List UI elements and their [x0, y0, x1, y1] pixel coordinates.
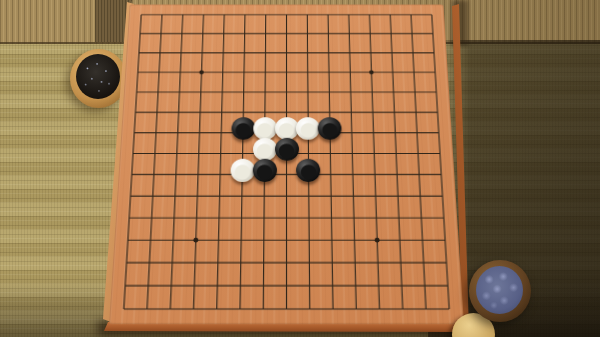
black-stone[interactable]: ● — [252, 159, 276, 182]
bowl-white-stones — [476, 266, 523, 314]
white-stone[interactable]: ● — [252, 138, 276, 161]
bowl-black-stones — [76, 54, 120, 99]
white-stone[interactable]: ● — [253, 117, 277, 139]
white-stone[interactable]: ● — [275, 117, 299, 139]
black-stone[interactable]: ● — [231, 117, 255, 139]
go-board[interactable]: ●●●●●●●●●● — [109, 4, 464, 324]
white-stone[interactable]: ● — [230, 159, 255, 182]
white-stone[interactable]: ● — [296, 117, 320, 139]
black-stone[interactable]: ● — [274, 138, 298, 161]
white-stone-bowl[interactable] — [469, 260, 531, 322]
black-stone[interactable]: ● — [296, 159, 320, 182]
stones-layer: ●●●●●●●●●● — [109, 4, 464, 324]
black-stone[interactable]: ● — [318, 117, 342, 139]
black-stone-bowl[interactable] — [70, 49, 127, 108]
tatami-background: ●●●●●●●●●● — [0, 0, 600, 337]
